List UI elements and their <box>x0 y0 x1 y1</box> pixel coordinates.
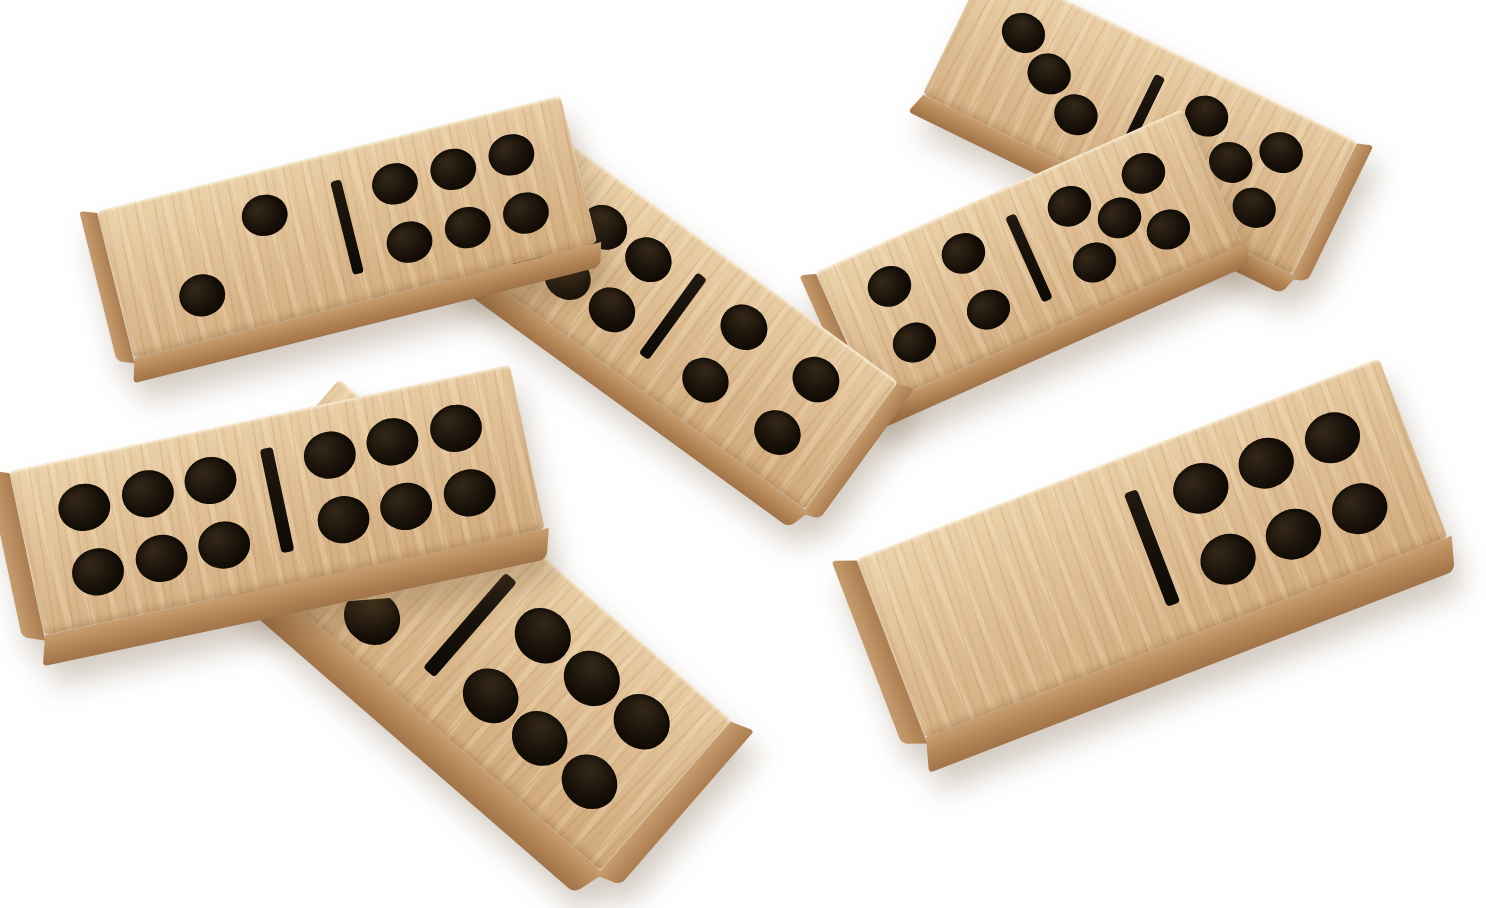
pip <box>960 282 1016 336</box>
pip <box>426 144 481 195</box>
half-left-6-pips <box>34 433 274 619</box>
pip <box>117 465 178 522</box>
pip <box>1091 191 1147 245</box>
dominoes-scene <box>0 0 1486 908</box>
pip <box>617 228 681 291</box>
pip <box>439 465 500 522</box>
pip <box>1259 501 1329 568</box>
pip <box>426 400 487 457</box>
pip <box>180 452 241 509</box>
pip <box>712 295 776 358</box>
pip <box>299 427 360 484</box>
pip <box>131 530 192 587</box>
pip <box>382 217 437 268</box>
pip <box>54 479 115 536</box>
pip <box>363 413 424 470</box>
pip <box>1324 475 1394 542</box>
pip <box>368 158 423 209</box>
pip <box>1047 87 1104 142</box>
pip <box>1021 46 1078 101</box>
pip <box>673 348 737 411</box>
pip <box>935 227 991 281</box>
domino-0-6[interactable] <box>856 358 1448 738</box>
pip <box>1041 179 1097 233</box>
pip <box>175 270 230 321</box>
pip <box>1231 430 1301 497</box>
pip <box>441 202 496 253</box>
pip <box>1165 455 1235 522</box>
pip <box>237 190 292 241</box>
pip <box>1193 526 1263 593</box>
pip <box>861 260 917 314</box>
pip <box>1066 235 1122 289</box>
pip <box>194 517 255 574</box>
pip <box>1297 405 1367 472</box>
pip <box>745 401 809 464</box>
pip <box>484 129 539 180</box>
pip <box>1253 126 1310 181</box>
pip <box>499 188 554 239</box>
pip <box>313 492 374 549</box>
pip <box>376 478 437 535</box>
pip <box>580 279 644 342</box>
half-right-6-pips <box>280 381 520 567</box>
pip <box>886 315 942 369</box>
pip <box>68 544 129 601</box>
pip <box>784 348 848 411</box>
pip <box>1115 147 1171 201</box>
pip <box>1140 202 1196 256</box>
pip <box>995 5 1052 60</box>
